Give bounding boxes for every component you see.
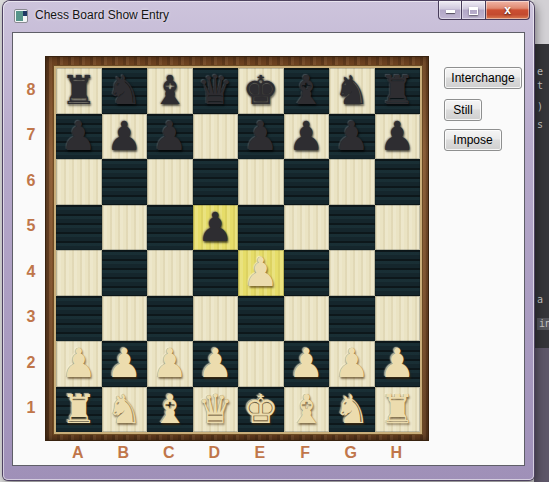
white-rook: ♜ bbox=[61, 387, 97, 432]
square-h4[interactable] bbox=[375, 250, 421, 296]
square-e1[interactable]: ♚ bbox=[238, 387, 284, 433]
square-h8[interactable]: ♜ bbox=[375, 68, 421, 114]
square-g2[interactable]: ♟ bbox=[329, 341, 375, 387]
rank-label-8: 8 bbox=[21, 67, 41, 113]
square-c5[interactable] bbox=[147, 205, 193, 251]
square-g4[interactable] bbox=[329, 250, 375, 296]
background-text-fragment: a bbox=[537, 294, 543, 305]
app-icon bbox=[14, 9, 28, 23]
rank-label-7: 7 bbox=[21, 113, 41, 159]
black-pawn: ♟ bbox=[152, 114, 188, 159]
square-f1[interactable]: ♝ bbox=[284, 387, 330, 433]
chess-board-frame: ♜♞♝♛♚♝♞♜♟♟♟♟♟♟♟♟♟♟♟♟♟♟♟♟♜♞♝♛♚♝♞♜ bbox=[45, 56, 429, 441]
black-pawn: ♟ bbox=[379, 114, 415, 159]
square-g3[interactable] bbox=[329, 296, 375, 342]
white-pawn: ♟ bbox=[106, 341, 142, 386]
file-label-B: B bbox=[101, 444, 147, 462]
white-bishop: ♝ bbox=[288, 387, 324, 432]
square-a2[interactable]: ♟ bbox=[56, 341, 102, 387]
square-d8[interactable]: ♛ bbox=[193, 68, 239, 114]
square-a4[interactable] bbox=[56, 250, 102, 296]
rank-labels: 87654321 bbox=[21, 67, 41, 431]
black-pawn: ♟ bbox=[61, 114, 97, 159]
white-pawn: ♟ bbox=[61, 341, 97, 386]
black-bishop: ♝ bbox=[152, 68, 188, 113]
file-label-H: H bbox=[374, 444, 420, 462]
rank-label-3: 3 bbox=[21, 295, 41, 341]
square-d4[interactable] bbox=[193, 250, 239, 296]
square-a1[interactable]: ♜ bbox=[56, 387, 102, 433]
square-g1[interactable]: ♞ bbox=[329, 387, 375, 433]
white-pawn: ♟ bbox=[152, 341, 188, 386]
white-pawn: ♟ bbox=[379, 341, 415, 386]
square-c1[interactable]: ♝ bbox=[147, 387, 193, 433]
background-app-strip: e t ) s a in bbox=[534, 0, 549, 482]
square-d1[interactable]: ♛ bbox=[193, 387, 239, 433]
square-b3[interactable] bbox=[102, 296, 148, 342]
black-queen: ♛ bbox=[197, 68, 233, 113]
square-a8[interactable]: ♜ bbox=[56, 68, 102, 114]
background-text-fragment: t bbox=[537, 80, 543, 91]
square-e7[interactable]: ♟ bbox=[238, 114, 284, 160]
square-g8[interactable]: ♞ bbox=[329, 68, 375, 114]
white-king: ♚ bbox=[243, 387, 279, 432]
chess-board: ♜♞♝♛♚♝♞♜♟♟♟♟♟♟♟♟♟♟♟♟♟♟♟♟♜♞♝♛♚♝♞♜ bbox=[56, 68, 420, 432]
screen: e t ) s a in Chess Board Show Entry x bbox=[0, 0, 549, 482]
black-pawn: ♟ bbox=[334, 114, 370, 159]
square-b2[interactable]: ♟ bbox=[102, 341, 148, 387]
square-d6[interactable] bbox=[193, 159, 239, 205]
square-f3[interactable] bbox=[284, 296, 330, 342]
black-bishop: ♝ bbox=[288, 68, 324, 113]
square-d3[interactable] bbox=[193, 296, 239, 342]
file-label-D: D bbox=[192, 444, 238, 462]
white-knight: ♞ bbox=[334, 387, 370, 432]
still-button[interactable]: Still bbox=[444, 99, 482, 121]
rank-label-1: 1 bbox=[21, 386, 41, 432]
square-h6[interactable] bbox=[375, 159, 421, 205]
white-pawn: ♟ bbox=[288, 341, 324, 386]
white-pawn: ♟ bbox=[197, 341, 233, 386]
square-e8[interactable]: ♚ bbox=[238, 68, 284, 114]
black-pawn: ♟ bbox=[243, 114, 279, 159]
square-f6[interactable] bbox=[284, 159, 330, 205]
file-label-E: E bbox=[237, 444, 283, 462]
white-pawn: ♟ bbox=[334, 341, 370, 386]
file-label-F: F bbox=[283, 444, 329, 462]
window-title: Chess Board Show Entry bbox=[35, 8, 169, 22]
white-bishop: ♝ bbox=[152, 387, 188, 432]
square-e5[interactable] bbox=[238, 205, 284, 251]
square-b5[interactable] bbox=[102, 205, 148, 251]
white-rook: ♜ bbox=[379, 387, 415, 432]
square-d2[interactable]: ♟ bbox=[193, 341, 239, 387]
square-d7[interactable] bbox=[193, 114, 239, 160]
square-f2[interactable]: ♟ bbox=[284, 341, 330, 387]
black-rook: ♜ bbox=[379, 68, 415, 113]
file-label-C: C bbox=[146, 444, 192, 462]
square-a6[interactable] bbox=[56, 159, 102, 205]
square-f8[interactable]: ♝ bbox=[284, 68, 330, 114]
black-king: ♚ bbox=[243, 68, 279, 113]
square-h1[interactable]: ♜ bbox=[375, 387, 421, 433]
background-text-fragment: s bbox=[537, 119, 543, 130]
background-text-fragment: in bbox=[537, 318, 549, 330]
rank-label-5: 5 bbox=[21, 204, 41, 250]
square-g7[interactable]: ♟ bbox=[329, 114, 375, 160]
square-h2[interactable]: ♟ bbox=[375, 341, 421, 387]
maximize-icon bbox=[469, 7, 478, 15]
white-knight: ♞ bbox=[106, 387, 142, 432]
white-queen: ♛ bbox=[197, 387, 233, 432]
file-labels: ABCDEFGH bbox=[55, 444, 419, 462]
square-d5[interactable]: ♟ bbox=[193, 205, 239, 251]
maximize-button[interactable] bbox=[462, 1, 485, 20]
square-a3[interactable] bbox=[56, 296, 102, 342]
minimize-button[interactable] bbox=[438, 1, 462, 20]
square-g6[interactable] bbox=[329, 159, 375, 205]
close-icon: x bbox=[486, 3, 529, 17]
square-a7[interactable]: ♟ bbox=[56, 114, 102, 160]
minimize-icon bbox=[446, 10, 455, 13]
square-c8[interactable]: ♝ bbox=[147, 68, 193, 114]
square-f7[interactable]: ♟ bbox=[284, 114, 330, 160]
title-bar[interactable]: Chess Board Show Entry x bbox=[3, 1, 534, 32]
background-text-fragment: ) bbox=[537, 101, 543, 112]
square-b4[interactable] bbox=[102, 250, 148, 296]
square-c7[interactable]: ♟ bbox=[147, 114, 193, 160]
impose-button[interactable]: Impose bbox=[444, 129, 502, 151]
square-b6[interactable] bbox=[102, 159, 148, 205]
black-knight: ♞ bbox=[334, 68, 370, 113]
rank-label-6: 6 bbox=[21, 158, 41, 204]
background-text-fragment: e bbox=[537, 66, 543, 77]
square-c6[interactable] bbox=[147, 159, 193, 205]
client-area: 87654321 ♜♞♝♛♚♝♞♜♟♟♟♟♟♟♟♟♟♟♟♟♟♟♟♟♜♞♝♛♚♝♞… bbox=[12, 32, 525, 466]
background-lower-pane bbox=[534, 348, 549, 482]
black-pawn: ♟ bbox=[106, 114, 142, 159]
square-c4[interactable] bbox=[147, 250, 193, 296]
square-c2[interactable]: ♟ bbox=[147, 341, 193, 387]
square-f4[interactable] bbox=[284, 250, 330, 296]
white-pawn: ♟ bbox=[243, 250, 279, 295]
rank-label-4: 4 bbox=[21, 249, 41, 295]
square-h5[interactable] bbox=[375, 205, 421, 251]
square-e3[interactable] bbox=[238, 296, 284, 342]
black-rook: ♜ bbox=[61, 68, 97, 113]
rank-label-2: 2 bbox=[21, 340, 41, 386]
black-pawn: ♟ bbox=[288, 114, 324, 159]
square-e6[interactable] bbox=[238, 159, 284, 205]
square-c3[interactable] bbox=[147, 296, 193, 342]
file-label-A: A bbox=[55, 444, 101, 462]
square-g5[interactable] bbox=[329, 205, 375, 251]
file-label-G: G bbox=[328, 444, 374, 462]
caption-buttons: x bbox=[438, 1, 530, 21]
app-window: Chess Board Show Entry x 87654321 ♜♞♝♛♚♝… bbox=[3, 1, 534, 480]
square-b7[interactable]: ♟ bbox=[102, 114, 148, 160]
black-pawn: ♟ bbox=[197, 205, 233, 250]
square-a5[interactable] bbox=[56, 205, 102, 251]
square-h7[interactable]: ♟ bbox=[375, 114, 421, 160]
square-e2[interactable] bbox=[238, 341, 284, 387]
square-b8[interactable]: ♞ bbox=[102, 68, 148, 114]
black-knight: ♞ bbox=[106, 68, 142, 113]
square-b1[interactable]: ♞ bbox=[102, 387, 148, 433]
interchange-button[interactable]: Interchange bbox=[444, 67, 522, 89]
close-button[interactable]: x bbox=[485, 1, 530, 20]
square-h3[interactable] bbox=[375, 296, 421, 342]
square-e4[interactable]: ♟ bbox=[238, 250, 284, 296]
square-f5[interactable] bbox=[284, 205, 330, 251]
